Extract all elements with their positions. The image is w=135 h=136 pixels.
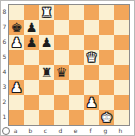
square-h7[interactable] bbox=[114, 20, 129, 35]
square-g6[interactable] bbox=[99, 35, 114, 50]
square-c1[interactable] bbox=[39, 110, 54, 125]
square-b4[interactable] bbox=[24, 65, 39, 80]
square-c6[interactable]: ♟ bbox=[39, 35, 54, 50]
square-e2[interactable] bbox=[69, 95, 84, 110]
piece-black-pawn-c6[interactable]: ♟ bbox=[41, 35, 53, 50]
square-a3[interactable]: ♟ bbox=[9, 80, 24, 95]
square-f1[interactable] bbox=[84, 110, 99, 125]
square-e3[interactable] bbox=[69, 80, 84, 95]
file-label-b: b bbox=[23, 126, 38, 136]
square-e1[interactable] bbox=[69, 110, 84, 125]
rank-label-6: 6 bbox=[1, 34, 8, 49]
square-b1[interactable] bbox=[24, 110, 39, 125]
square-e5[interactable] bbox=[69, 50, 84, 65]
square-h8[interactable] bbox=[114, 5, 129, 20]
square-h2[interactable] bbox=[114, 95, 129, 110]
piece-white-pawn-f2[interactable]: ♟ bbox=[86, 95, 98, 110]
square-g1[interactable]: ♚ bbox=[99, 110, 114, 125]
square-b2[interactable] bbox=[24, 95, 39, 110]
square-a1[interactable] bbox=[9, 110, 24, 125]
rank-label-4: 4 bbox=[1, 64, 8, 79]
square-a5[interactable] bbox=[9, 50, 24, 65]
file-label-f: f bbox=[83, 126, 98, 136]
file-label-c: c bbox=[38, 126, 53, 136]
square-h5[interactable] bbox=[114, 50, 129, 65]
square-f2[interactable]: ♟ bbox=[84, 95, 99, 110]
piece-black-rook-c4[interactable]: ♜ bbox=[41, 65, 53, 80]
square-b5[interactable] bbox=[24, 50, 39, 65]
square-a7[interactable]: ♚ bbox=[9, 20, 24, 35]
chess-board: ♜♚♟♟♟♟♛♜♛♟♟♚ bbox=[8, 4, 130, 126]
file-label-e: e bbox=[68, 126, 83, 136]
piece-black-king-a7[interactable]: ♚ bbox=[11, 20, 23, 35]
square-d2[interactable] bbox=[54, 95, 69, 110]
rank-label-1: 1 bbox=[1, 109, 8, 124]
square-f8[interactable] bbox=[84, 5, 99, 20]
square-a4[interactable] bbox=[9, 65, 24, 80]
square-h4[interactable] bbox=[114, 65, 129, 80]
square-a6[interactable]: ♟ bbox=[9, 35, 24, 50]
square-e4[interactable] bbox=[69, 65, 84, 80]
chess-diagram: ♜♚♟♟♟♟♛♜♛♟♟♚ 87654321 abcdefgh bbox=[0, 0, 135, 136]
square-f6[interactable] bbox=[84, 35, 99, 50]
square-f3[interactable] bbox=[84, 80, 99, 95]
square-h6[interactable] bbox=[114, 35, 129, 50]
piece-black-pawn-b7[interactable]: ♟ bbox=[26, 20, 38, 35]
square-e6[interactable] bbox=[69, 35, 84, 50]
piece-white-queen-f5[interactable]: ♛ bbox=[86, 50, 98, 65]
rank-label-2: 2 bbox=[1, 94, 8, 109]
square-h3[interactable] bbox=[114, 80, 129, 95]
square-b7[interactable]: ♟ bbox=[24, 20, 39, 35]
square-g2[interactable] bbox=[99, 95, 114, 110]
piece-black-queen-d4[interactable]: ♛ bbox=[56, 65, 68, 80]
piece-white-pawn-a3[interactable]: ♟ bbox=[11, 80, 23, 95]
white-to-move-indicator bbox=[2, 127, 10, 135]
square-b6[interactable]: ♟ bbox=[24, 35, 39, 50]
square-a2[interactable] bbox=[9, 95, 24, 110]
square-c5[interactable] bbox=[39, 50, 54, 65]
square-d7[interactable] bbox=[54, 20, 69, 35]
square-f4[interactable] bbox=[84, 65, 99, 80]
square-a8[interactable] bbox=[9, 5, 24, 20]
square-g7[interactable] bbox=[99, 20, 114, 35]
square-c8[interactable]: ♜ bbox=[39, 5, 54, 20]
rank-label-3: 3 bbox=[1, 79, 8, 94]
square-h1[interactable] bbox=[114, 110, 129, 125]
file-label-h: h bbox=[113, 126, 128, 136]
piece-white-pawn-a6[interactable]: ♟ bbox=[11, 35, 23, 50]
file-label-d: d bbox=[53, 126, 68, 136]
square-c7[interactable] bbox=[39, 20, 54, 35]
rank-label-5: 5 bbox=[1, 49, 8, 64]
rank-label-7: 7 bbox=[1, 19, 8, 34]
piece-black-pawn-b6[interactable]: ♟ bbox=[26, 35, 38, 50]
square-d3[interactable] bbox=[54, 80, 69, 95]
square-d1[interactable] bbox=[54, 110, 69, 125]
file-label-g: g bbox=[98, 126, 113, 136]
square-e8[interactable] bbox=[69, 5, 84, 20]
square-f5[interactable]: ♛ bbox=[84, 50, 99, 65]
square-g3[interactable] bbox=[99, 80, 114, 95]
piece-white-rook-c8[interactable]: ♜ bbox=[41, 5, 53, 20]
piece-white-king-g1[interactable]: ♚ bbox=[101, 110, 113, 125]
square-g5[interactable] bbox=[99, 50, 114, 65]
square-b3[interactable] bbox=[24, 80, 39, 95]
rank-label-8: 8 bbox=[1, 4, 8, 19]
square-e7[interactable] bbox=[69, 20, 84, 35]
square-g4[interactable] bbox=[99, 65, 114, 80]
file-label-a: a bbox=[8, 126, 23, 136]
square-b8[interactable] bbox=[24, 5, 39, 20]
square-c3[interactable] bbox=[39, 80, 54, 95]
square-d4[interactable]: ♛ bbox=[54, 65, 69, 80]
square-f7[interactable] bbox=[84, 20, 99, 35]
square-d8[interactable] bbox=[54, 5, 69, 20]
square-g8[interactable] bbox=[99, 5, 114, 20]
square-d5[interactable] bbox=[54, 50, 69, 65]
square-c2[interactable] bbox=[39, 95, 54, 110]
square-d6[interactable] bbox=[54, 35, 69, 50]
square-c4[interactable]: ♜ bbox=[39, 65, 54, 80]
